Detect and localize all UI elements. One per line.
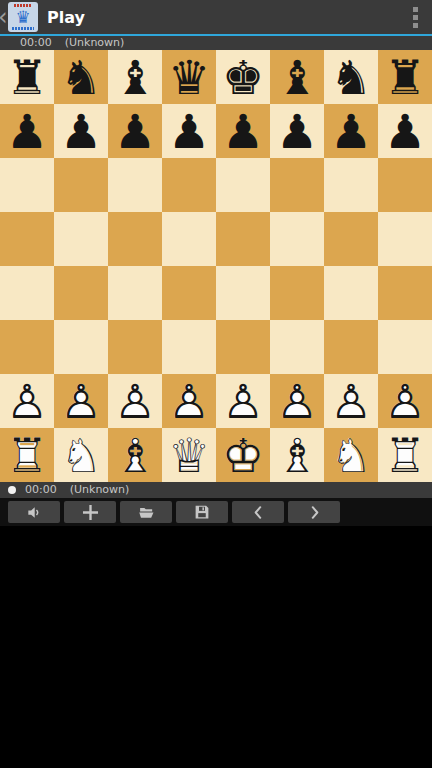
white-knight-piece: ♘ <box>324 428 378 482</box>
square-h1[interactable]: ♜♖ <box>378 428 432 482</box>
floppy-save-icon <box>193 503 211 521</box>
queen-crown-icon: ♛ <box>15 8 30 26</box>
square-g4[interactable] <box>324 266 378 320</box>
square-b1[interactable]: ♞♘ <box>54 428 108 482</box>
white-pawn-piece: ♙ <box>270 374 324 428</box>
white-pawn-piece: ♙ <box>0 374 54 428</box>
square-b8[interactable]: ♞ <box>54 50 108 104</box>
top-player-name: (Unknown) <box>65 36 125 50</box>
black-queen-piece: ♛ <box>162 50 216 104</box>
square-b5[interactable] <box>54 212 108 266</box>
square-h6[interactable] <box>378 158 432 212</box>
square-h5[interactable] <box>378 212 432 266</box>
white-king-piece: ♔ <box>216 428 270 482</box>
square-a6[interactable] <box>0 158 54 212</box>
square-c1[interactable]: ♝♗ <box>108 428 162 482</box>
turn-indicator <box>8 486 16 494</box>
top-clock-strip: 00:00 (Unknown) <box>0 36 432 50</box>
square-g2[interactable]: ♟♙ <box>324 374 378 428</box>
white-pawn-piece: ♙ <box>378 374 432 428</box>
square-f4[interactable] <box>270 266 324 320</box>
square-a3[interactable] <box>0 320 54 374</box>
square-d2[interactable]: ♟♙ <box>162 374 216 428</box>
square-a1[interactable]: ♜♖ <box>0 428 54 482</box>
overflow-menu-icon[interactable] <box>410 3 421 32</box>
black-knight-piece: ♞ <box>324 50 378 104</box>
chess-app-icon[interactable]: ♛ <box>8 2 38 32</box>
square-d7[interactable]: ♟ <box>162 104 216 158</box>
black-rook-piece: ♜ <box>0 50 54 104</box>
square-h3[interactable] <box>378 320 432 374</box>
square-a4[interactable] <box>0 266 54 320</box>
white-rook-piece: ♖ <box>378 428 432 482</box>
white-pawn-piece: ♙ <box>108 374 162 428</box>
next-move-button[interactable] <box>288 501 340 523</box>
white-pawn-piece: ♙ <box>54 374 108 428</box>
black-bishop-piece: ♝ <box>270 50 324 104</box>
white-bishop-piece: ♗ <box>270 428 324 482</box>
square-h2[interactable]: ♟♙ <box>378 374 432 428</box>
black-pawn-piece: ♟ <box>162 104 216 158</box>
open-folder-icon <box>136 504 157 521</box>
bottom-clock-strip: 00:00 (Unknown) <box>0 482 432 498</box>
square-a5[interactable] <box>0 212 54 266</box>
save-button[interactable] <box>176 501 228 523</box>
square-c6[interactable] <box>108 158 162 212</box>
square-c2[interactable]: ♟♙ <box>108 374 162 428</box>
square-f2[interactable]: ♟♙ <box>270 374 324 428</box>
black-pawn-piece: ♟ <box>0 104 54 158</box>
square-g8[interactable]: ♞ <box>324 50 378 104</box>
square-d8[interactable]: ♛ <box>162 50 216 104</box>
white-queen-piece: ♕ <box>162 428 216 482</box>
chess-board[interactable]: ♜♞♝♛♚♝♞♜♟♟♟♟♟♟♟♟♟♙♟♙♟♙♟♙♟♙♟♙♟♙♟♙♜♖♞♘♝♗♛♕… <box>0 50 432 482</box>
chevron-right-icon <box>306 504 323 521</box>
square-g7[interactable]: ♟ <box>324 104 378 158</box>
square-h4[interactable] <box>378 266 432 320</box>
black-pawn-piece: ♟ <box>108 104 162 158</box>
white-pawn-piece: ♙ <box>162 374 216 428</box>
previous-move-button[interactable] <box>232 501 284 523</box>
chevron-left-icon <box>250 504 267 521</box>
bottom-player-clock: 00:00 <box>25 482 57 498</box>
square-e1[interactable]: ♚♔ <box>216 428 270 482</box>
square-d5[interactable] <box>162 212 216 266</box>
black-king-piece: ♚ <box>216 50 270 104</box>
speaker-icon <box>24 504 44 521</box>
open-button[interactable] <box>120 501 172 523</box>
square-b6[interactable] <box>54 158 108 212</box>
square-c3[interactable] <box>108 320 162 374</box>
black-rook-piece: ♜ <box>378 50 432 104</box>
square-a7[interactable]: ♟ <box>0 104 54 158</box>
square-d1[interactable]: ♛♕ <box>162 428 216 482</box>
square-f3[interactable] <box>270 320 324 374</box>
bottom-player-name: (Unknown) <box>70 482 130 498</box>
square-e5[interactable] <box>216 212 270 266</box>
square-b7[interactable]: ♟ <box>54 104 108 158</box>
square-f6[interactable] <box>270 158 324 212</box>
square-h7[interactable]: ♟ <box>378 104 432 158</box>
top-player-clock: 00:00 <box>20 36 52 50</box>
new-game-button[interactable] <box>64 501 116 523</box>
square-e6[interactable] <box>216 158 270 212</box>
volume-button[interactable] <box>8 501 60 523</box>
black-pawn-piece: ♟ <box>378 104 432 158</box>
action-bar: ‹ ♛ Play <box>0 0 432 34</box>
square-f5[interactable] <box>270 212 324 266</box>
square-d4[interactable] <box>162 266 216 320</box>
square-e8[interactable]: ♚ <box>216 50 270 104</box>
square-f1[interactable]: ♝♗ <box>270 428 324 482</box>
square-g3[interactable] <box>324 320 378 374</box>
white-rook-piece: ♖ <box>0 428 54 482</box>
square-c8[interactable]: ♝ <box>108 50 162 104</box>
square-g1[interactable]: ♞♘ <box>324 428 378 482</box>
square-c5[interactable] <box>108 212 162 266</box>
black-pawn-piece: ♟ <box>324 104 378 158</box>
app-icon-blue-text-decor <box>12 27 34 30</box>
square-b2[interactable]: ♟♙ <box>54 374 108 428</box>
black-bishop-piece: ♝ <box>108 50 162 104</box>
square-a8[interactable]: ♜ <box>0 50 54 104</box>
black-pawn-piece: ♟ <box>54 104 108 158</box>
square-b4[interactable] <box>54 266 108 320</box>
empty-background <box>0 526 432 768</box>
back-caret-icon[interactable]: ‹ <box>0 0 7 34</box>
square-d6[interactable] <box>162 158 216 212</box>
square-e7[interactable]: ♟ <box>216 104 270 158</box>
square-g6[interactable] <box>324 158 378 212</box>
square-b3[interactable] <box>54 320 108 374</box>
square-a2[interactable]: ♟♙ <box>0 374 54 428</box>
square-e4[interactable] <box>216 266 270 320</box>
square-e2[interactable]: ♟♙ <box>216 374 270 428</box>
square-c7[interactable]: ♟ <box>108 104 162 158</box>
square-e3[interactable] <box>216 320 270 374</box>
square-d3[interactable] <box>162 320 216 374</box>
square-f8[interactable]: ♝ <box>270 50 324 104</box>
white-pawn-piece: ♙ <box>324 374 378 428</box>
black-knight-piece: ♞ <box>54 50 108 104</box>
page-title: Play <box>47 8 85 27</box>
toolbar <box>0 498 432 526</box>
black-pawn-piece: ♟ <box>270 104 324 158</box>
white-knight-piece: ♘ <box>54 428 108 482</box>
white-pawn-piece: ♙ <box>216 374 270 428</box>
square-h8[interactable]: ♜ <box>378 50 432 104</box>
black-pawn-piece: ♟ <box>216 104 270 158</box>
square-f7[interactable]: ♟ <box>270 104 324 158</box>
square-c4[interactable] <box>108 266 162 320</box>
square-g5[interactable] <box>324 212 378 266</box>
plus-icon <box>81 503 100 522</box>
white-bishop-piece: ♗ <box>108 428 162 482</box>
